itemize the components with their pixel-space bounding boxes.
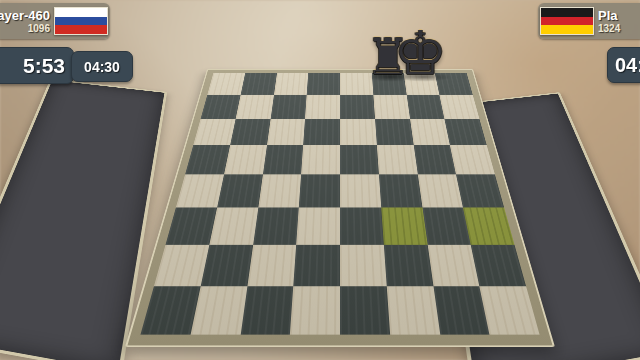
square-c4[interactable] (258, 174, 301, 207)
game-screen: ♚♜ Player-460 1096 Pla 1324 5:53 04:30 0… (0, 0, 640, 360)
square-a8[interactable] (207, 73, 245, 95)
square-a5[interactable] (185, 145, 230, 174)
square-d1[interactable] (290, 286, 340, 334)
square-f1[interactable] (387, 286, 440, 334)
black-player-name: Pla (598, 8, 618, 23)
russia-flag-icon (54, 7, 108, 35)
square-c7[interactable] (270, 95, 306, 119)
square-b6[interactable] (230, 119, 270, 145)
white-player-panel: Player-460 1096 (0, 3, 110, 39)
square-h6[interactable] (444, 119, 486, 145)
square-g7[interactable] (406, 95, 444, 119)
square-h3[interactable] (463, 207, 514, 244)
board-grid (140, 73, 539, 335)
square-a4[interactable] (176, 174, 224, 207)
white-move-clock: 04:30 (71, 51, 133, 82)
square-e4[interactable] (340, 174, 381, 207)
square-h5[interactable] (450, 145, 495, 174)
square-b8[interactable] (241, 73, 277, 95)
square-b1[interactable] (190, 286, 247, 334)
square-d4[interactable] (299, 174, 340, 207)
black-move-clock: 04:30 (607, 47, 640, 83)
square-h7[interactable] (439, 95, 479, 119)
square-d3[interactable] (296, 207, 340, 244)
square-e3[interactable] (340, 207, 384, 244)
black-player-rating: 1324 (598, 23, 620, 34)
square-h2[interactable] (471, 244, 526, 286)
square-h1[interactable] (480, 286, 540, 334)
square-b7[interactable] (236, 95, 274, 119)
square-e1[interactable] (340, 286, 390, 334)
square-e2[interactable] (340, 244, 387, 286)
square-c2[interactable] (247, 244, 296, 286)
square-g6[interactable] (410, 119, 450, 145)
square-d8[interactable] (307, 73, 340, 95)
square-f7[interactable] (373, 95, 409, 119)
square-g5[interactable] (413, 145, 456, 174)
square-f5[interactable] (377, 145, 418, 174)
black-player-panel: Pla 1324 (538, 3, 640, 39)
square-h4[interactable] (456, 174, 504, 207)
square-a6[interactable] (193, 119, 235, 145)
square-f3[interactable] (381, 207, 427, 244)
square-a7[interactable] (201, 95, 241, 119)
piece-black-rook[interactable]: ♜ (365, 32, 410, 82)
square-f4[interactable] (379, 174, 422, 207)
square-c8[interactable] (274, 73, 309, 95)
germany-flag-icon (540, 7, 594, 35)
square-e5[interactable] (340, 145, 379, 174)
square-b4[interactable] (217, 174, 263, 207)
square-c3[interactable] (253, 207, 299, 244)
square-d7[interactable] (305, 95, 340, 119)
square-b2[interactable] (200, 244, 252, 286)
white-player-rating: 1096 (28, 23, 50, 34)
square-d6[interactable] (303, 119, 340, 145)
square-d5[interactable] (301, 145, 340, 174)
square-e6[interactable] (340, 119, 377, 145)
white-player-name: Player-460 (0, 8, 50, 23)
square-c6[interactable] (267, 119, 306, 145)
square-g4[interactable] (417, 174, 463, 207)
square-c5[interactable] (263, 145, 304, 174)
square-b3[interactable] (209, 207, 258, 244)
square-f2[interactable] (384, 244, 433, 286)
square-c1[interactable] (240, 286, 293, 334)
square-b5[interactable] (224, 145, 267, 174)
square-d2[interactable] (293, 244, 340, 286)
white-main-clock: 5:53 (0, 47, 74, 84)
square-f6[interactable] (375, 119, 414, 145)
square-e7[interactable] (340, 95, 375, 119)
